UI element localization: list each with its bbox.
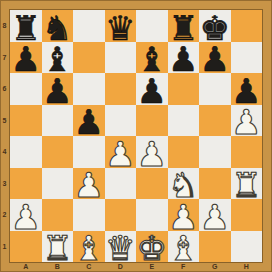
piece-white-bishop[interactable]: ♝ (74, 231, 104, 265)
piece-black-pawn[interactable]: ♟ (11, 42, 41, 76)
square-h6[interactable]: ♟ (231, 73, 263, 105)
square-c3[interactable]: ♟ (73, 168, 105, 200)
chess-board[interactable]: ♜♞♛♜♚♟♝♝♟♟♟♟♟♟♟♟♟♟♞♜♟♟♟♜♝♛♚♝ (9, 9, 263, 263)
square-c8[interactable] (73, 10, 105, 42)
piece-white-pawn[interactable]: ♟ (11, 199, 41, 233)
piece-white-pawn[interactable]: ♟ (231, 105, 261, 139)
square-h7[interactable] (231, 42, 263, 74)
rank-label-7: 7 (0, 42, 9, 74)
piece-white-rook[interactable]: ♜ (42, 231, 72, 265)
piece-white-bishop[interactable]: ♝ (168, 231, 198, 265)
square-a8[interactable]: ♜ (10, 10, 42, 42)
square-c7[interactable] (73, 42, 105, 74)
square-h1[interactable] (231, 231, 263, 263)
piece-black-pawn[interactable]: ♟ (74, 105, 104, 139)
square-f1[interactable]: ♝ (168, 231, 200, 263)
square-g3[interactable] (199, 168, 231, 200)
square-b1[interactable]: ♜ (42, 231, 74, 263)
square-a7[interactable]: ♟ (10, 42, 42, 74)
square-e7[interactable]: ♝ (136, 42, 168, 74)
square-g5[interactable] (199, 105, 231, 137)
square-f8[interactable]: ♜ (168, 10, 200, 42)
piece-black-pawn[interactable]: ♟ (168, 42, 198, 76)
square-f7[interactable]: ♟ (168, 42, 200, 74)
square-d6[interactable] (105, 73, 137, 105)
square-c5[interactable]: ♟ (73, 105, 105, 137)
chess-board-frame: 87654321 ABCDEFGH ♜♞♛♜♚♟♝♝♟♟♟♟♟♟♟♟♟♟♞♜♟♟… (0, 0, 272, 272)
rank-label-4: 4 (0, 136, 9, 168)
square-d4[interactable]: ♟ (105, 136, 137, 168)
piece-black-queen[interactable]: ♛ (105, 10, 135, 44)
piece-white-pawn[interactable]: ♟ (105, 136, 135, 170)
rank-label-8: 8 (0, 10, 9, 42)
square-a4[interactable] (10, 136, 42, 168)
piece-white-queen[interactable]: ♛ (105, 231, 135, 265)
square-a3[interactable] (10, 168, 42, 200)
square-g2[interactable]: ♟ (199, 199, 231, 231)
square-e4[interactable]: ♟ (136, 136, 168, 168)
square-h8[interactable] (231, 10, 263, 42)
square-h3[interactable]: ♜ (231, 168, 263, 200)
square-f5[interactable] (168, 105, 200, 137)
rank-label-6: 6 (0, 73, 9, 105)
rank-label-2: 2 (0, 199, 9, 231)
rank-label-5: 5 (0, 105, 9, 137)
square-d2[interactable] (105, 199, 137, 231)
rank-labels: 87654321 (0, 10, 9, 262)
square-d1[interactable]: ♛ (105, 231, 137, 263)
square-a5[interactable] (10, 105, 42, 137)
square-e2[interactable] (136, 199, 168, 231)
square-g8[interactable]: ♚ (199, 10, 231, 42)
square-b6[interactable]: ♟ (42, 73, 74, 105)
square-b7[interactable]: ♝ (42, 42, 74, 74)
piece-black-pawn[interactable]: ♟ (200, 42, 230, 76)
square-e1[interactable]: ♚ (136, 231, 168, 263)
piece-white-pawn[interactable]: ♟ (137, 136, 167, 170)
square-a2[interactable]: ♟ (10, 199, 42, 231)
square-b4[interactable] (42, 136, 74, 168)
square-f4[interactable] (168, 136, 200, 168)
square-f3[interactable]: ♞ (168, 168, 200, 200)
rank-label-1: 1 (0, 231, 9, 263)
square-d5[interactable] (105, 105, 137, 137)
piece-black-pawn[interactable]: ♟ (137, 73, 167, 107)
square-b3[interactable] (42, 168, 74, 200)
square-e6[interactable]: ♟ (136, 73, 168, 105)
square-b2[interactable] (42, 199, 74, 231)
square-g7[interactable]: ♟ (199, 42, 231, 74)
square-e8[interactable] (136, 10, 168, 42)
square-c1[interactable]: ♝ (73, 231, 105, 263)
piece-white-king[interactable]: ♚ (137, 231, 167, 265)
piece-white-rook[interactable]: ♜ (231, 168, 261, 202)
piece-white-pawn[interactable]: ♟ (200, 199, 230, 233)
rank-label-3: 3 (0, 168, 9, 200)
square-f2[interactable]: ♟ (168, 199, 200, 231)
square-h5[interactable]: ♟ (231, 105, 263, 137)
square-c6[interactable] (73, 73, 105, 105)
piece-white-pawn[interactable]: ♟ (74, 168, 104, 202)
square-b8[interactable]: ♞ (42, 10, 74, 42)
square-g4[interactable] (199, 136, 231, 168)
square-d8[interactable]: ♛ (105, 10, 137, 42)
piece-black-pawn[interactable]: ♟ (42, 73, 72, 107)
